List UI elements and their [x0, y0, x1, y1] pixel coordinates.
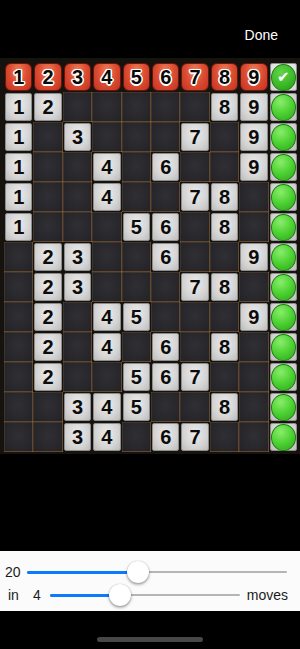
board-cell: 3 — [63, 272, 92, 302]
tile-r12-c4[interactable]: 4 — [93, 423, 120, 451]
row-10-status — [270, 363, 297, 391]
empty-cell — [210, 362, 239, 392]
tile-r2-c7[interactable]: 7 — [181, 123, 208, 151]
app-screen: Done 123456789✔1289137914691478156823692… — [0, 0, 300, 649]
sum-slider-thumb[interactable] — [127, 561, 149, 583]
empty-cell — [122, 92, 151, 122]
empty-cell — [239, 212, 268, 242]
empty-cell — [122, 272, 151, 302]
row-1-status — [270, 93, 297, 121]
tile-r7-c2[interactable]: 2 — [34, 273, 61, 301]
empty-cell — [180, 242, 209, 272]
row-2-status — [270, 123, 297, 151]
empty-cell — [151, 182, 180, 212]
tile-r10-c7[interactable]: 7 — [181, 363, 208, 391]
tile-r2-c9[interactable]: 9 — [240, 123, 267, 151]
tile-r9-c4[interactable]: 4 — [93, 333, 120, 361]
game-board: 123456789✔128913791469147815682369237824… — [0, 58, 300, 454]
row-12-status — [270, 423, 297, 451]
board-cell: 8 — [210, 332, 239, 362]
tile-r7-c7[interactable]: 7 — [181, 273, 208, 301]
empty-cell — [180, 92, 209, 122]
empty-cell — [63, 362, 92, 392]
header-cell: 4 — [92, 62, 121, 92]
home-indicator[interactable] — [97, 637, 203, 642]
board-cell: 4 — [92, 422, 121, 452]
empty-cell — [239, 422, 268, 452]
tile-r12-c3[interactable]: 3 — [64, 423, 91, 451]
tile-r11-c3[interactable]: 3 — [64, 393, 91, 421]
tile-r4-c1[interactable]: 1 — [5, 183, 32, 211]
board-cell: 4 — [92, 302, 121, 332]
header-cell: 1 — [4, 62, 33, 92]
board-cell: 6 — [151, 212, 180, 242]
board-cell: 2 — [33, 272, 62, 302]
row-9-status — [270, 333, 297, 361]
board-cell: 9 — [239, 122, 268, 152]
row-complete-icon — [271, 364, 296, 391]
empty-cell — [33, 422, 62, 452]
empty-cell — [180, 332, 209, 362]
tile-r11-c5[interactable]: 5 — [123, 393, 150, 421]
tile-r11-c4[interactable]: 4 — [93, 393, 120, 421]
board-cell: 8 — [210, 212, 239, 242]
tile-r4-c8[interactable]: 8 — [211, 183, 238, 211]
tile-r9-c2[interactable]: 2 — [34, 333, 61, 361]
header-tile-3[interactable]: 3 — [64, 63, 91, 91]
header-cell: 5 — [122, 62, 151, 92]
board-cell: 6 — [151, 422, 180, 452]
moves-label: moves — [247, 588, 288, 602]
tile-r3-c4[interactable]: 4 — [93, 153, 120, 181]
row-complete-icon — [271, 244, 296, 271]
tile-r12-c7[interactable]: 7 — [181, 423, 208, 451]
sum-slider-fill — [27, 571, 138, 574]
empty-cell — [4, 422, 33, 452]
board-cell: 3 — [63, 422, 92, 452]
empty-cell — [210, 152, 239, 182]
tile-r10-c2[interactable]: 2 — [34, 363, 61, 391]
board-cell: 3 — [63, 242, 92, 272]
empty-cell — [33, 122, 62, 152]
empty-cell — [151, 92, 180, 122]
empty-cell — [92, 92, 121, 122]
empty-cell — [239, 332, 268, 362]
tile-r3-c6[interactable]: 6 — [152, 153, 179, 181]
row-complete-icon — [271, 214, 296, 241]
board-cell: 7 — [180, 272, 209, 302]
board-cell: 9 — [239, 92, 268, 122]
check-icon: ✔ — [271, 64, 296, 91]
header-cell: 6 — [151, 62, 180, 92]
empty-cell — [63, 212, 92, 242]
header-status-cell: ✔ — [269, 62, 298, 92]
row-complete-icon — [271, 94, 296, 121]
header-tile-9[interactable]: 9 — [240, 63, 267, 91]
empty-cell — [33, 182, 62, 212]
tile-r5-c8[interactable]: 8 — [211, 213, 238, 241]
tile-r11-c8[interactable]: 8 — [211, 393, 238, 421]
empty-cell — [239, 182, 268, 212]
row-6-status — [270, 243, 297, 271]
header-cell: 7 — [180, 62, 209, 92]
empty-cell — [4, 302, 33, 332]
board-cell: 8 — [210, 392, 239, 422]
board-cell: 5 — [122, 362, 151, 392]
tile-r1-c8[interactable]: 8 — [211, 93, 238, 121]
row-status-cell — [269, 362, 298, 392]
row-status-cell — [269, 242, 298, 272]
row-complete-icon — [271, 394, 296, 421]
empty-cell — [239, 362, 268, 392]
empty-cell — [92, 362, 121, 392]
board-cell: 6 — [151, 242, 180, 272]
row-5-status — [270, 213, 297, 241]
row-4-status — [270, 183, 297, 211]
board-cell: 7 — [180, 422, 209, 452]
row-status-cell — [269, 182, 298, 212]
board-cell: 9 — [239, 302, 268, 332]
tile-r9-c6[interactable]: 6 — [152, 333, 179, 361]
tile-r7-c3[interactable]: 3 — [64, 273, 91, 301]
board-cell: 8 — [210, 92, 239, 122]
row-8-status — [270, 303, 297, 331]
board-cell: 1 — [4, 122, 33, 152]
tile-r1-c2[interactable]: 2 — [34, 93, 61, 121]
board-cell: 3 — [63, 392, 92, 422]
row-complete-icon — [271, 154, 296, 181]
row-complete-icon — [271, 124, 296, 151]
tile-r6-c3[interactable]: 3 — [64, 243, 91, 271]
empty-cell — [151, 392, 180, 422]
board-cell: 1 — [4, 152, 33, 182]
board-cell: 5 — [122, 302, 151, 332]
empty-cell — [180, 302, 209, 332]
board-cell: 9 — [239, 152, 268, 182]
empty-cell — [63, 332, 92, 362]
empty-cell — [63, 182, 92, 212]
moves-count-value: 4 — [33, 588, 41, 602]
empty-cell — [92, 272, 121, 302]
board-cell: 4 — [92, 392, 121, 422]
empty-cell — [122, 152, 151, 182]
tile-r2-c1[interactable]: 1 — [5, 123, 32, 151]
tile-r1-c9[interactable]: 9 — [240, 93, 267, 121]
row-status-cell — [269, 302, 298, 332]
row-complete-icon — [271, 184, 296, 211]
tile-r6-c6[interactable]: 6 — [152, 243, 179, 271]
tile-r1-c1[interactable]: 1 — [5, 93, 32, 121]
header-tile-7[interactable]: 7 — [181, 63, 208, 91]
row-complete-icon — [271, 304, 296, 331]
board-cell: 4 — [92, 332, 121, 362]
board-cell: 6 — [151, 332, 180, 362]
moves-slider-thumb[interactable] — [109, 584, 131, 606]
header-tile-6[interactable]: 6 — [152, 63, 179, 91]
row-status-cell — [269, 332, 298, 362]
all-rows-status: ✔ — [270, 63, 297, 91]
header-tile-5[interactable]: 5 — [123, 63, 150, 91]
in-label: in — [8, 588, 19, 602]
tile-r6-c2[interactable]: 2 — [34, 243, 61, 271]
row-status-cell — [269, 272, 298, 302]
board-cell: 3 — [63, 122, 92, 152]
empty-cell — [122, 422, 151, 452]
board-cell: 8 — [210, 272, 239, 302]
tile-r3-c9[interactable]: 9 — [240, 153, 267, 181]
empty-cell — [33, 152, 62, 182]
row-complete-icon — [271, 334, 296, 361]
empty-cell — [180, 212, 209, 242]
tile-r2-c3[interactable]: 3 — [64, 123, 91, 151]
target-sum-value: 20 — [5, 565, 21, 579]
empty-cell — [151, 122, 180, 152]
row-complete-icon — [271, 274, 296, 301]
empty-cell — [33, 392, 62, 422]
header-cell: 9 — [239, 62, 268, 92]
empty-cell — [210, 302, 239, 332]
tile-r5-c5[interactable]: 5 — [123, 213, 150, 241]
header-cell: 2 — [33, 62, 62, 92]
empty-cell — [210, 422, 239, 452]
empty-cell — [210, 122, 239, 152]
row-11-status — [270, 393, 297, 421]
done-button[interactable]: Done — [245, 27, 278, 43]
moves-slider[interactable] — [50, 594, 240, 596]
empty-cell — [151, 302, 180, 332]
empty-cell — [33, 212, 62, 242]
empty-cell — [4, 272, 33, 302]
empty-cell — [92, 122, 121, 152]
board-cell: 4 — [92, 152, 121, 182]
row-complete-icon — [271, 424, 296, 451]
empty-cell — [4, 242, 33, 272]
tile-r4-c7[interactable]: 7 — [181, 183, 208, 211]
empty-cell — [4, 392, 33, 422]
empty-cell — [4, 362, 33, 392]
empty-cell — [180, 152, 209, 182]
row-3-status — [270, 153, 297, 181]
empty-cell — [92, 212, 121, 242]
tile-r4-c4[interactable]: 4 — [93, 183, 120, 211]
tile-r5-c6[interactable]: 6 — [152, 213, 179, 241]
board-cell: 7 — [180, 362, 209, 392]
empty-cell — [4, 332, 33, 362]
empty-cell — [151, 272, 180, 302]
tile-r9-c8[interactable]: 8 — [211, 333, 238, 361]
tile-r8-c5[interactable]: 5 — [123, 303, 150, 331]
board-cell: 6 — [151, 152, 180, 182]
row-status-cell — [269, 92, 298, 122]
row-status-cell — [269, 392, 298, 422]
board-cell: 1 — [4, 92, 33, 122]
board-cell: 2 — [33, 302, 62, 332]
row-status-cell — [269, 212, 298, 242]
tile-r7-c8[interactable]: 8 — [211, 273, 238, 301]
board-cell: 4 — [92, 182, 121, 212]
tile-r10-c5[interactable]: 5 — [123, 363, 150, 391]
header-tile-1[interactable]: 1 — [5, 63, 32, 91]
board-cell: 7 — [180, 122, 209, 152]
empty-cell — [239, 392, 268, 422]
header-tile-4[interactable]: 4 — [93, 63, 120, 91]
settings-panel: 20 in 4 moves — [0, 551, 300, 611]
tile-r6-c9[interactable]: 9 — [240, 243, 267, 271]
header-tile-2[interactable]: 2 — [34, 63, 61, 91]
empty-cell — [122, 182, 151, 212]
tile-r12-c6[interactable]: 6 — [152, 423, 179, 451]
board-cell: 5 — [122, 392, 151, 422]
empty-cell — [63, 302, 92, 332]
header-cell: 8 — [210, 62, 239, 92]
tile-r3-c1[interactable]: 1 — [5, 153, 32, 181]
tile-r8-c2[interactable]: 2 — [34, 303, 61, 331]
board-cell: 8 — [210, 182, 239, 212]
board-cell: 1 — [4, 212, 33, 242]
empty-cell — [210, 242, 239, 272]
board-cell: 5 — [122, 212, 151, 242]
tile-r8-c4[interactable]: 4 — [93, 303, 120, 331]
board-cell: 9 — [239, 242, 268, 272]
board-cell: 1 — [4, 182, 33, 212]
empty-cell — [63, 92, 92, 122]
empty-cell — [122, 122, 151, 152]
row-7-status — [270, 273, 297, 301]
empty-cell — [239, 272, 268, 302]
board-cell: 7 — [180, 182, 209, 212]
row-status-cell — [269, 152, 298, 182]
board-cell: 2 — [33, 362, 62, 392]
header-tile-8[interactable]: 8 — [211, 63, 238, 91]
board-cell: 6 — [151, 362, 180, 392]
tile-r10-c6[interactable]: 6 — [152, 363, 179, 391]
nav-bar: Done — [0, 0, 300, 58]
empty-cell — [92, 242, 121, 272]
sum-slider[interactable] — [27, 571, 287, 573]
row-status-cell — [269, 122, 298, 152]
empty-cell — [122, 332, 151, 362]
tile-r8-c9[interactable]: 9 — [240, 303, 267, 331]
board-cell: 2 — [33, 332, 62, 362]
board-cell: 2 — [33, 242, 62, 272]
header-cell: 3 — [63, 62, 92, 92]
row-status-cell — [269, 422, 298, 452]
empty-cell — [63, 152, 92, 182]
tile-r5-c1[interactable]: 1 — [5, 213, 32, 241]
empty-cell — [180, 392, 209, 422]
empty-cell — [122, 242, 151, 272]
board-cell: 2 — [33, 92, 62, 122]
